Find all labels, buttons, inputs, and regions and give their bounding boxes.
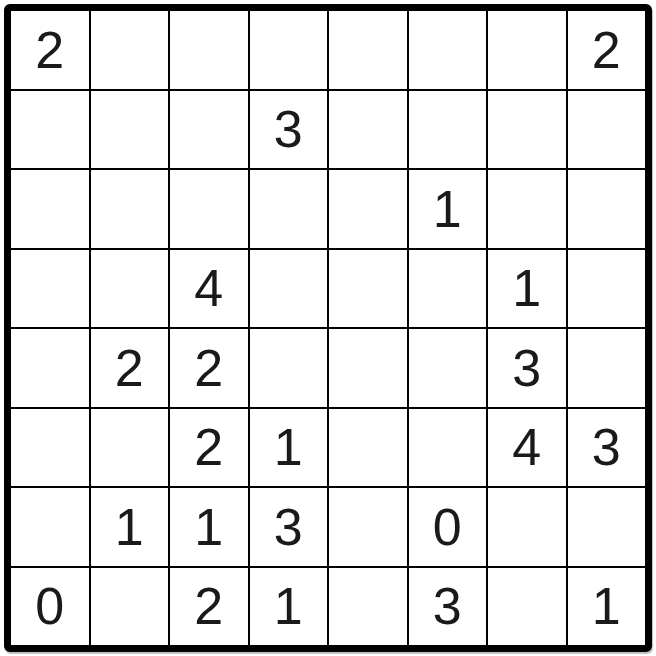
cell-r8c6[interactable]: 3	[409, 568, 487, 646]
cell-r3c5[interactable]	[329, 170, 407, 248]
cell-r7c7[interactable]	[488, 488, 566, 566]
cell-r6c1[interactable]	[11, 409, 89, 487]
cell-r6c4[interactable]: 1	[250, 409, 328, 487]
cell-r1c4[interactable]	[250, 11, 328, 89]
cell-r2c5[interactable]	[329, 91, 407, 169]
cell-r3c7[interactable]	[488, 170, 566, 248]
cell-r1c6[interactable]	[409, 11, 487, 89]
cell-r4c5[interactable]	[329, 250, 407, 328]
cell-r3c6[interactable]: 1	[409, 170, 487, 248]
cell-r6c3[interactable]: 2	[170, 409, 248, 487]
cell-r2c6[interactable]	[409, 91, 487, 169]
cell-r8c1[interactable]: 0	[11, 568, 89, 646]
cell-r2c4[interactable]: 3	[250, 91, 328, 169]
cell-r8c7[interactable]	[488, 568, 566, 646]
cell-r4c1[interactable]	[11, 250, 89, 328]
cell-r4c8[interactable]	[568, 250, 646, 328]
cell-r4c4[interactable]	[250, 250, 328, 328]
cell-r3c2[interactable]	[91, 170, 169, 248]
cell-r3c4[interactable]	[250, 170, 328, 248]
cell-r4c3[interactable]: 4	[170, 250, 248, 328]
cell-r2c2[interactable]	[91, 91, 169, 169]
cell-r2c1[interactable]	[11, 91, 89, 169]
cell-r7c3[interactable]: 1	[170, 488, 248, 566]
cell-r7c2[interactable]: 1	[91, 488, 169, 566]
cell-r2c7[interactable]	[488, 91, 566, 169]
cell-r6c5[interactable]	[329, 409, 407, 487]
cell-r3c8[interactable]	[568, 170, 646, 248]
cell-r7c8[interactable]	[568, 488, 646, 566]
cell-r4c6[interactable]	[409, 250, 487, 328]
cell-r5c7[interactable]: 3	[488, 329, 566, 407]
cell-r5c3[interactable]: 2	[170, 329, 248, 407]
cell-r7c1[interactable]	[11, 488, 89, 566]
cell-r5c1[interactable]	[11, 329, 89, 407]
cell-r3c1[interactable]	[11, 170, 89, 248]
cell-r2c3[interactable]	[170, 91, 248, 169]
cell-r1c2[interactable]	[91, 11, 169, 89]
cell-r8c4[interactable]: 1	[250, 568, 328, 646]
cell-r1c1[interactable]: 2	[11, 11, 89, 89]
cell-r6c8[interactable]: 3	[568, 409, 646, 487]
cell-r6c2[interactable]	[91, 409, 169, 487]
cell-r1c5[interactable]	[329, 11, 407, 89]
puzzle-page: 2231412232143113002131	[0, 0, 656, 656]
cell-r5c5[interactable]	[329, 329, 407, 407]
minesweeper-board: 2231412232143113002131	[4, 4, 652, 652]
cell-r6c6[interactable]	[409, 409, 487, 487]
cell-r4c7[interactable]: 1	[488, 250, 566, 328]
cell-r5c8[interactable]	[568, 329, 646, 407]
cell-r1c7[interactable]	[488, 11, 566, 89]
cell-r7c5[interactable]	[329, 488, 407, 566]
cell-r3c3[interactable]	[170, 170, 248, 248]
cell-r1c3[interactable]	[170, 11, 248, 89]
cell-r5c2[interactable]: 2	[91, 329, 169, 407]
cell-r6c7[interactable]: 4	[488, 409, 566, 487]
cell-r2c8[interactable]	[568, 91, 646, 169]
cell-r8c2[interactable]	[91, 568, 169, 646]
cell-r5c6[interactable]	[409, 329, 487, 407]
cell-r8c8[interactable]: 1	[568, 568, 646, 646]
cell-r8c3[interactable]: 2	[170, 568, 248, 646]
cell-r1c8[interactable]: 2	[568, 11, 646, 89]
cell-r4c2[interactable]	[91, 250, 169, 328]
cell-r5c4[interactable]	[250, 329, 328, 407]
cell-r7c4[interactable]: 3	[250, 488, 328, 566]
cell-r8c5[interactable]	[329, 568, 407, 646]
cell-r7c6[interactable]: 0	[409, 488, 487, 566]
